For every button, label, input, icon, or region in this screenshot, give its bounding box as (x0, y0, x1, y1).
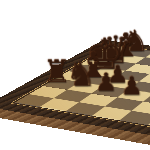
dark-pawn: ♟ (94, 70, 116, 95)
square-e1 (119, 111, 150, 125)
dark-knight: ♞ (66, 57, 96, 91)
photo-scene: ♞♛♝♛♚♝♟♜♞♟♟ (0, 0, 150, 150)
dark-pawn: ♟ (120, 73, 143, 98)
product-photo: ♞♛♝♛♚♝♟♜♞♟♟ (0, 0, 150, 150)
